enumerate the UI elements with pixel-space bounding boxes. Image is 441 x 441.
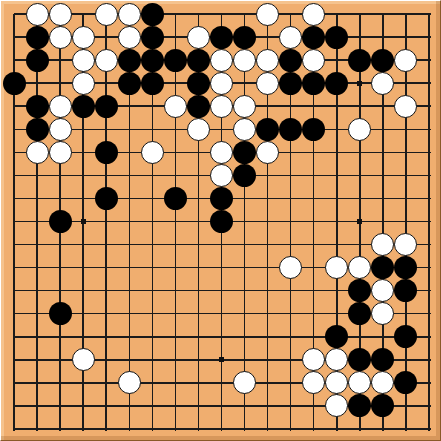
white-stone[interactable] bbox=[26, 141, 49, 164]
white-stone[interactable] bbox=[187, 118, 210, 141]
white-stone[interactable] bbox=[49, 95, 72, 118]
black-stone[interactable] bbox=[26, 49, 49, 72]
white-stone[interactable] bbox=[118, 3, 141, 26]
white-stone[interactable] bbox=[394, 233, 417, 256]
black-stone[interactable] bbox=[371, 256, 394, 279]
black-stone[interactable] bbox=[118, 72, 141, 95]
white-stone[interactable] bbox=[49, 118, 72, 141]
grid-line-horizontal bbox=[14, 244, 431, 246]
grid-line-vertical bbox=[405, 14, 407, 431]
black-stone[interactable] bbox=[256, 118, 279, 141]
black-stone[interactable] bbox=[371, 49, 394, 72]
white-stone[interactable] bbox=[233, 371, 256, 394]
white-stone[interactable] bbox=[371, 302, 394, 325]
star-point bbox=[81, 219, 86, 224]
black-stone[interactable] bbox=[302, 26, 325, 49]
black-stone[interactable] bbox=[325, 325, 348, 348]
grid-line-vertical bbox=[428, 14, 430, 431]
black-stone[interactable] bbox=[141, 3, 164, 26]
white-stone[interactable] bbox=[233, 49, 256, 72]
black-stone[interactable] bbox=[210, 210, 233, 233]
black-stone[interactable] bbox=[210, 187, 233, 210]
white-stone[interactable] bbox=[348, 371, 371, 394]
white-stone[interactable] bbox=[210, 95, 233, 118]
black-stone[interactable] bbox=[302, 72, 325, 95]
white-stone[interactable] bbox=[95, 3, 118, 26]
black-stone[interactable] bbox=[302, 118, 325, 141]
black-stone[interactable] bbox=[348, 279, 371, 302]
black-stone[interactable] bbox=[26, 118, 49, 141]
grid-line-vertical bbox=[244, 14, 246, 431]
black-stone[interactable] bbox=[279, 72, 302, 95]
black-stone[interactable] bbox=[394, 279, 417, 302]
grid-line-vertical bbox=[105, 14, 107, 431]
grid-line-vertical bbox=[175, 14, 177, 431]
white-stone[interactable] bbox=[302, 348, 325, 371]
grid-line-horizontal bbox=[14, 428, 431, 430]
black-stone[interactable] bbox=[141, 26, 164, 49]
black-stone[interactable] bbox=[26, 26, 49, 49]
white-stone[interactable] bbox=[348, 256, 371, 279]
white-stone[interactable] bbox=[95, 49, 118, 72]
white-stone[interactable] bbox=[371, 371, 394, 394]
white-stone[interactable] bbox=[72, 72, 95, 95]
white-stone[interactable] bbox=[256, 141, 279, 164]
white-stone[interactable] bbox=[394, 49, 417, 72]
black-stone[interactable] bbox=[394, 371, 417, 394]
white-stone[interactable] bbox=[302, 49, 325, 72]
white-stone[interactable] bbox=[302, 3, 325, 26]
black-stone[interactable] bbox=[187, 95, 210, 118]
black-stone[interactable] bbox=[348, 302, 371, 325]
grid-line-horizontal bbox=[14, 13, 431, 15]
white-stone[interactable] bbox=[187, 26, 210, 49]
white-stone[interactable] bbox=[279, 26, 302, 49]
white-stone[interactable] bbox=[210, 141, 233, 164]
white-stone[interactable] bbox=[233, 95, 256, 118]
star-point bbox=[357, 219, 362, 224]
black-stone[interactable] bbox=[164, 187, 187, 210]
white-stone[interactable] bbox=[256, 3, 279, 26]
white-stone[interactable] bbox=[72, 26, 95, 49]
white-stone[interactable] bbox=[49, 3, 72, 26]
star-point bbox=[357, 81, 362, 86]
black-stone[interactable] bbox=[233, 26, 256, 49]
black-stone[interactable] bbox=[141, 49, 164, 72]
white-stone[interactable] bbox=[72, 49, 95, 72]
white-stone[interactable] bbox=[118, 371, 141, 394]
black-stone[interactable] bbox=[348, 394, 371, 417]
white-stone[interactable] bbox=[325, 348, 348, 371]
go-board-window bbox=[0, 0, 441, 441]
white-stone[interactable] bbox=[49, 26, 72, 49]
white-stone[interactable] bbox=[256, 72, 279, 95]
black-stone[interactable] bbox=[233, 141, 256, 164]
black-stone[interactable] bbox=[233, 164, 256, 187]
white-stone[interactable] bbox=[210, 49, 233, 72]
grid-line-vertical bbox=[36, 14, 38, 431]
grid-line-horizontal bbox=[14, 336, 431, 338]
white-stone[interactable] bbox=[325, 394, 348, 417]
black-stone[interactable] bbox=[49, 210, 72, 233]
black-stone[interactable] bbox=[95, 141, 118, 164]
black-stone[interactable] bbox=[348, 348, 371, 371]
black-stone[interactable] bbox=[279, 49, 302, 72]
white-stone[interactable] bbox=[325, 256, 348, 279]
black-stone[interactable] bbox=[49, 302, 72, 325]
black-stone[interactable] bbox=[394, 325, 417, 348]
black-stone[interactable] bbox=[325, 72, 348, 95]
black-stone[interactable] bbox=[371, 348, 394, 371]
white-stone[interactable] bbox=[233, 118, 256, 141]
white-stone[interactable] bbox=[141, 141, 164, 164]
black-stone[interactable] bbox=[164, 49, 187, 72]
black-stone[interactable] bbox=[26, 95, 49, 118]
black-stone[interactable] bbox=[348, 49, 371, 72]
black-stone[interactable] bbox=[95, 187, 118, 210]
white-stone[interactable] bbox=[164, 95, 187, 118]
white-stone[interactable] bbox=[256, 49, 279, 72]
black-stone[interactable] bbox=[394, 256, 417, 279]
black-stone[interactable] bbox=[141, 72, 164, 95]
black-stone[interactable] bbox=[3, 72, 26, 95]
black-stone[interactable] bbox=[72, 95, 95, 118]
black-stone[interactable] bbox=[95, 95, 118, 118]
black-stone[interactable] bbox=[187, 72, 210, 95]
star-point bbox=[219, 357, 224, 362]
white-stone[interactable] bbox=[348, 118, 371, 141]
white-stone[interactable] bbox=[371, 233, 394, 256]
white-stone[interactable] bbox=[394, 95, 417, 118]
white-stone[interactable] bbox=[302, 371, 325, 394]
black-stone[interactable] bbox=[210, 26, 233, 49]
white-stone[interactable] bbox=[26, 3, 49, 26]
white-stone[interactable] bbox=[279, 256, 302, 279]
go-board[interactable] bbox=[0, 0, 441, 441]
white-stone[interactable] bbox=[118, 26, 141, 49]
white-stone[interactable] bbox=[325, 371, 348, 394]
black-stone[interactable] bbox=[187, 49, 210, 72]
white-stone[interactable] bbox=[210, 164, 233, 187]
black-stone[interactable] bbox=[279, 118, 302, 141]
white-stone[interactable] bbox=[371, 72, 394, 95]
black-stone[interactable] bbox=[325, 26, 348, 49]
white-stone[interactable] bbox=[49, 141, 72, 164]
white-stone[interactable] bbox=[210, 72, 233, 95]
black-stone[interactable] bbox=[118, 49, 141, 72]
black-stone[interactable] bbox=[371, 394, 394, 417]
white-stone[interactable] bbox=[371, 279, 394, 302]
white-stone[interactable] bbox=[72, 348, 95, 371]
